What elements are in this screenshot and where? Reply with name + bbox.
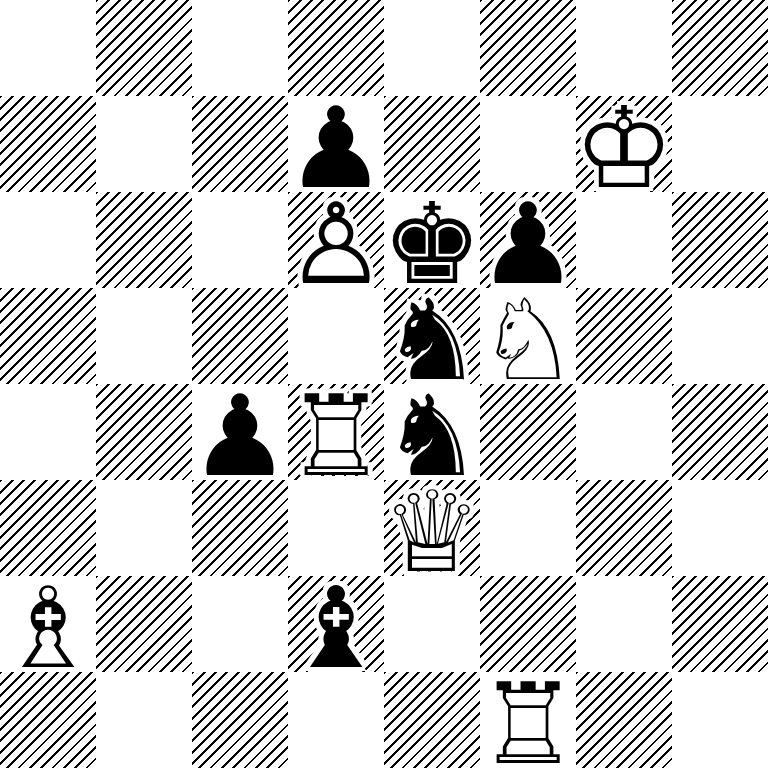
black-pawn-icon: ♟ (192, 388, 288, 484)
square-b4[interactable] (96, 384, 192, 480)
square-d7[interactable]: ♟♟ (288, 96, 384, 192)
square-c1[interactable] (192, 672, 288, 768)
square-a8[interactable] (0, 0, 96, 96)
white-bishop-halo: ♝ (0, 580, 96, 676)
square-b3[interactable] (96, 480, 192, 576)
square-d3[interactable] (288, 480, 384, 576)
square-c2[interactable] (192, 576, 288, 672)
square-h3[interactable] (672, 480, 768, 576)
square-g2[interactable] (576, 576, 672, 672)
square-a1[interactable] (0, 672, 96, 768)
white-pawn-icon: ♙ (288, 196, 384, 292)
square-b7[interactable] (96, 96, 192, 192)
white-queen-icon: ♕ (384, 484, 480, 580)
square-c8[interactable] (192, 0, 288, 96)
square-h8[interactable] (672, 0, 768, 96)
black-king-icon: ♚ (384, 196, 480, 292)
square-g7[interactable]: ♚♔ (576, 96, 672, 192)
black-pawn-icon: ♟ (288, 100, 384, 196)
square-h7[interactable] (672, 96, 768, 192)
square-f1[interactable]: ♜♖ (480, 672, 576, 768)
square-b2[interactable] (96, 576, 192, 672)
square-d8[interactable] (288, 0, 384, 96)
square-g4[interactable] (576, 384, 672, 480)
square-e2[interactable] (384, 576, 480, 672)
square-a4[interactable] (0, 384, 96, 480)
black-pawn-halo: ♟ (480, 196, 576, 292)
square-d1[interactable] (288, 672, 384, 768)
white-king-icon: ♔ (576, 100, 672, 196)
black-knight-icon: ♞ (384, 292, 480, 388)
square-g1[interactable] (576, 672, 672, 768)
square-c3[interactable] (192, 480, 288, 576)
square-b5[interactable] (96, 288, 192, 384)
chess-board: ♟♟♚♔♟♙♚♚♟♟♞♞♞♘♟♟♜♖♞♞♛♕♝♗♝♝♜♖ (0, 0, 768, 768)
square-d6[interactable]: ♟♙ (288, 192, 384, 288)
square-g3[interactable] (576, 480, 672, 576)
square-e6[interactable]: ♚♚ (384, 192, 480, 288)
square-e8[interactable] (384, 0, 480, 96)
square-b6[interactable] (96, 192, 192, 288)
square-c7[interactable] (192, 96, 288, 192)
square-g8[interactable] (576, 0, 672, 96)
white-rook-halo: ♜ (288, 388, 384, 484)
black-pawn-halo: ♟ (192, 388, 288, 484)
square-a7[interactable] (0, 96, 96, 192)
black-knight-halo: ♞ (384, 292, 480, 388)
square-a2[interactable]: ♝♗ (0, 576, 96, 672)
square-h5[interactable] (672, 288, 768, 384)
square-b1[interactable] (96, 672, 192, 768)
white-pawn-halo: ♟ (288, 196, 384, 292)
square-f4[interactable] (480, 384, 576, 480)
square-e3[interactable]: ♛♕ (384, 480, 480, 576)
square-d2[interactable]: ♝♝ (288, 576, 384, 672)
square-e5[interactable]: ♞♞ (384, 288, 480, 384)
black-pawn-icon: ♟ (480, 196, 576, 292)
square-d5[interactable] (288, 288, 384, 384)
square-c6[interactable] (192, 192, 288, 288)
square-b8[interactable] (96, 0, 192, 96)
square-e1[interactable] (384, 672, 480, 768)
white-king-halo: ♚ (576, 100, 672, 196)
square-a3[interactable] (0, 480, 96, 576)
square-h6[interactable] (672, 192, 768, 288)
square-a5[interactable] (0, 288, 96, 384)
black-bishop-halo: ♝ (288, 580, 384, 676)
black-pawn-halo: ♟ (288, 100, 384, 196)
square-f8[interactable] (480, 0, 576, 96)
square-f7[interactable] (480, 96, 576, 192)
square-h4[interactable] (672, 384, 768, 480)
square-f2[interactable] (480, 576, 576, 672)
square-e4[interactable]: ♞♞ (384, 384, 480, 480)
white-knight-icon: ♘ (480, 292, 576, 388)
black-knight-icon: ♞ (384, 388, 480, 484)
square-d4[interactable]: ♜♖ (288, 384, 384, 480)
square-f3[interactable] (480, 480, 576, 576)
white-knight-halo: ♞ (480, 292, 576, 388)
square-h2[interactable] (672, 576, 768, 672)
square-f6[interactable]: ♟♟ (480, 192, 576, 288)
square-g6[interactable] (576, 192, 672, 288)
white-rook-icon: ♖ (480, 676, 576, 768)
white-rook-halo: ♜ (480, 676, 576, 768)
black-bishop-icon: ♝ (288, 580, 384, 676)
square-g5[interactable] (576, 288, 672, 384)
square-c5[interactable] (192, 288, 288, 384)
square-a6[interactable] (0, 192, 96, 288)
square-c4[interactable]: ♟♟ (192, 384, 288, 480)
square-e7[interactable] (384, 96, 480, 192)
white-bishop-icon: ♗ (0, 580, 96, 676)
white-rook-icon: ♖ (288, 388, 384, 484)
black-knight-halo: ♞ (384, 388, 480, 484)
black-king-halo: ♚ (384, 196, 480, 292)
square-f5[interactable]: ♞♘ (480, 288, 576, 384)
white-queen-halo: ♛ (384, 484, 480, 580)
square-h1[interactable] (672, 672, 768, 768)
